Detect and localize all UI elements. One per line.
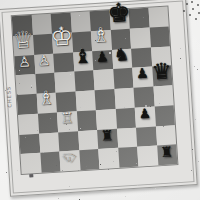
square-e5[interactable]	[93, 69, 114, 90]
square-f2[interactable]	[117, 127, 138, 148]
piece-white-bishop-e7[interactable]: ♗	[87, 25, 114, 46]
square-f5[interactable]	[113, 68, 134, 89]
piece-black-rook-e2[interactable]: ♜	[97, 128, 118, 144]
square-g7[interactable]	[130, 27, 151, 48]
square-d2[interactable]	[78, 130, 99, 151]
piece-black-pawn-g3[interactable]: ♟	[135, 106, 155, 120]
square-f4[interactable]	[114, 88, 135, 109]
square-d3[interactable]	[76, 110, 97, 131]
piece-white-pawn-b6[interactable]: ♙	[33, 53, 54, 68]
square-h4[interactable]	[153, 85, 174, 106]
chess-board-mat: CHESS ♚♕♔♗♙♙♝♟♞♟♛♗♖♟♜♘♜	[0, 0, 198, 197]
piece-white-rook-c3[interactable]: ♖	[56, 110, 78, 126]
piece-black-knight-f6[interactable]: ♞	[110, 45, 134, 64]
square-e1[interactable]	[98, 148, 119, 169]
square-g2[interactable]	[136, 126, 157, 147]
square-d4[interactable]	[75, 90, 96, 111]
square-g1[interactable]	[137, 146, 158, 167]
square-a1[interactable]	[20, 153, 41, 174]
square-h8[interactable]	[148, 6, 169, 27]
square-f3[interactable]	[115, 107, 136, 128]
square-b2[interactable]	[39, 132, 60, 153]
square-e4[interactable]	[95, 89, 116, 110]
square-b3[interactable]	[37, 112, 58, 133]
piece-white-queen-a7[interactable]: ♕	[8, 27, 38, 52]
square-h3[interactable]	[154, 105, 175, 126]
square-a3[interactable]	[18, 114, 39, 135]
square-d5[interactable]	[74, 70, 95, 91]
piece-black-queen-h5[interactable]: ♛	[147, 59, 176, 83]
piece-white-bishop-b4[interactable]: ♗	[33, 89, 59, 109]
chessboard-photo: { "game": "chess", "scene": "overhead gr…	[0, 0, 200, 200]
square-h7[interactable]	[149, 26, 170, 47]
square-e3[interactable]	[96, 109, 117, 130]
piece-black-rook-h1[interactable]: ♜	[156, 144, 177, 159]
square-f1[interactable]	[118, 147, 139, 168]
piece-white-pawn-a6[interactable]: ♙	[14, 54, 35, 69]
square-a2[interactable]	[19, 133, 40, 154]
square-g4[interactable]	[133, 87, 154, 108]
